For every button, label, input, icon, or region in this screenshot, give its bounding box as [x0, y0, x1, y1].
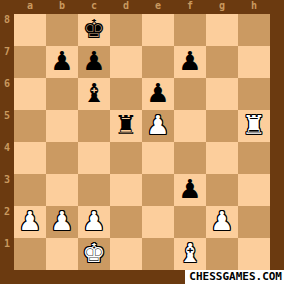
square-g2[interactable]: ♟ [206, 206, 238, 238]
square-c1[interactable]: ♚ [78, 238, 110, 270]
white-pawn[interactable]: ♟ [78, 206, 110, 238]
rank-label-5: 5 [0, 110, 14, 142]
square-h7[interactable] [238, 46, 270, 78]
chess-board: ♚♟♟♟♝♟♜♟♜♟♟♟♟♟♚♝ [14, 14, 270, 270]
square-g7[interactable] [206, 46, 238, 78]
white-king[interactable]: ♚ [78, 238, 110, 270]
black-pawn[interactable]: ♟ [46, 46, 78, 78]
square-b6[interactable] [46, 78, 78, 110]
square-e1[interactable] [142, 238, 174, 270]
square-e5[interactable]: ♟ [142, 110, 174, 142]
white-rook[interactable]: ♜ [238, 110, 270, 142]
file-label-g: g [206, 0, 238, 14]
square-e2[interactable] [142, 206, 174, 238]
square-b2[interactable]: ♟ [46, 206, 78, 238]
square-f3[interactable]: ♟ [174, 174, 206, 206]
square-g5[interactable] [206, 110, 238, 142]
square-h4[interactable] [238, 142, 270, 174]
square-h2[interactable] [238, 206, 270, 238]
rank-label-7: 7 [0, 46, 14, 78]
rank-label-1: 1 [0, 238, 14, 270]
square-g1[interactable] [206, 238, 238, 270]
square-h1[interactable] [238, 238, 270, 270]
file-label-c: c [78, 0, 110, 14]
square-d4[interactable] [110, 142, 142, 174]
square-a3[interactable] [14, 174, 46, 206]
white-pawn[interactable]: ♟ [206, 206, 238, 238]
square-d3[interactable] [110, 174, 142, 206]
square-a6[interactable] [14, 78, 46, 110]
square-c3[interactable] [78, 174, 110, 206]
square-h8[interactable] [238, 14, 270, 46]
square-d6[interactable] [110, 78, 142, 110]
square-f1[interactable]: ♝ [174, 238, 206, 270]
black-pawn[interactable]: ♟ [174, 174, 206, 206]
file-label-f: f [174, 0, 206, 14]
square-h5[interactable]: ♜ [238, 110, 270, 142]
square-f7[interactable]: ♟ [174, 46, 206, 78]
square-e6[interactable]: ♟ [142, 78, 174, 110]
square-g4[interactable] [206, 142, 238, 174]
square-c5[interactable] [78, 110, 110, 142]
black-bishop[interactable]: ♝ [78, 78, 110, 110]
square-e7[interactable] [142, 46, 174, 78]
file-label-b: b [46, 0, 78, 14]
square-h6[interactable] [238, 78, 270, 110]
square-c4[interactable] [78, 142, 110, 174]
black-pawn[interactable]: ♟ [78, 46, 110, 78]
white-pawn[interactable]: ♟ [14, 206, 46, 238]
square-b7[interactable]: ♟ [46, 46, 78, 78]
square-c6[interactable]: ♝ [78, 78, 110, 110]
square-b3[interactable] [46, 174, 78, 206]
square-e8[interactable] [142, 14, 174, 46]
square-a1[interactable] [14, 238, 46, 270]
file-label-e: e [142, 0, 174, 14]
chess-diagram: abcdefgh 87654321 ♚♟♟♟♝♟♜♟♜♟♟♟♟♟♚♝ CHESS… [0, 0, 284, 284]
square-f8[interactable] [174, 14, 206, 46]
rank-label-4: 4 [0, 142, 14, 174]
square-c2[interactable]: ♟ [78, 206, 110, 238]
square-a5[interactable] [14, 110, 46, 142]
rank-label-8: 8 [0, 14, 14, 46]
square-e4[interactable] [142, 142, 174, 174]
file-labels: abcdefgh [14, 0, 270, 14]
square-d8[interactable] [110, 14, 142, 46]
square-a4[interactable] [14, 142, 46, 174]
square-d1[interactable] [110, 238, 142, 270]
square-a2[interactable]: ♟ [14, 206, 46, 238]
square-c8[interactable]: ♚ [78, 14, 110, 46]
black-pawn[interactable]: ♟ [142, 78, 174, 110]
file-label-h: h [238, 0, 270, 14]
rank-label-6: 6 [0, 78, 14, 110]
square-b8[interactable] [46, 14, 78, 46]
square-a7[interactable] [14, 46, 46, 78]
black-king[interactable]: ♚ [78, 14, 110, 46]
white-pawn[interactable]: ♟ [46, 206, 78, 238]
square-f5[interactable] [174, 110, 206, 142]
square-h3[interactable] [238, 174, 270, 206]
rank-label-3: 3 [0, 174, 14, 206]
square-c7[interactable]: ♟ [78, 46, 110, 78]
chessgames-watermark: CHESSGAMES.COM [185, 270, 284, 284]
square-g8[interactable] [206, 14, 238, 46]
white-bishop[interactable]: ♝ [174, 238, 206, 270]
square-e3[interactable] [142, 174, 174, 206]
rank-labels: 87654321 [0, 14, 14, 270]
file-label-a: a [14, 0, 46, 14]
square-d5[interactable]: ♜ [110, 110, 142, 142]
white-pawn[interactable]: ♟ [142, 110, 174, 142]
square-b1[interactable] [46, 238, 78, 270]
square-d2[interactable] [110, 206, 142, 238]
square-f2[interactable] [174, 206, 206, 238]
square-d7[interactable] [110, 46, 142, 78]
file-label-d: d [110, 0, 142, 14]
rank-label-2: 2 [0, 206, 14, 238]
square-b4[interactable] [46, 142, 78, 174]
square-f4[interactable] [174, 142, 206, 174]
square-g3[interactable] [206, 174, 238, 206]
black-pawn[interactable]: ♟ [174, 46, 206, 78]
square-a8[interactable] [14, 14, 46, 46]
square-b5[interactable] [46, 110, 78, 142]
square-g6[interactable] [206, 78, 238, 110]
square-f6[interactable] [174, 78, 206, 110]
black-rook[interactable]: ♜ [110, 110, 142, 142]
